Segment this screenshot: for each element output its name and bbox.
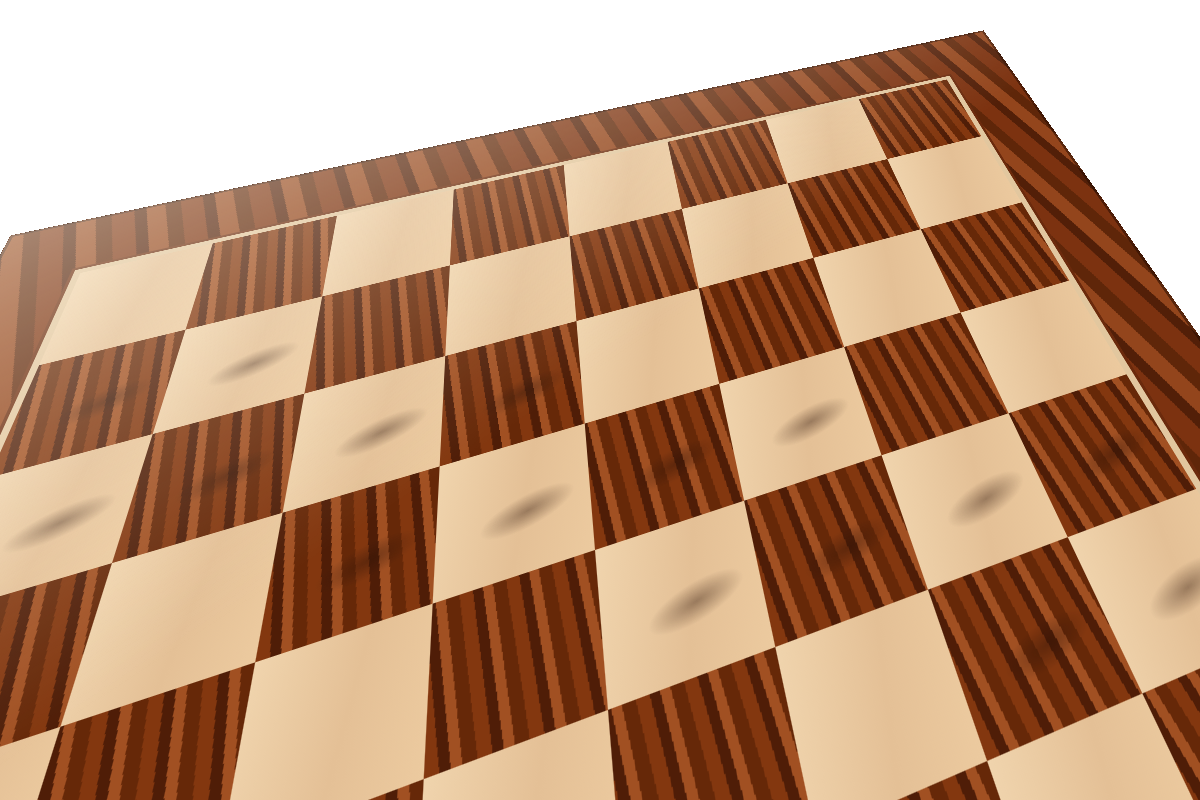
piece-pawn-g3: ♟♟♟ — [928, 537, 1142, 761]
piece-pawn-c5: ♟♟♟ — [255, 466, 439, 662]
chessboard: ♜♜♜♞♞♞♝♝♝♚♚♚♛♛♛♝♝♝♞♞♞♜♜♜♟♟♟♟♟♟♟♟♟♟♟♟♟♟♟♟… — [0, 30, 1200, 800]
pieces-layer: ♜♜♜♞♞♞♝♝♝♚♚♚♛♛♛♝♝♝♞♞♞♜♜♜♟♟♟♟♟♟♟♟♟♟♟♟♟♟♟♟… — [0, 79, 1200, 800]
piece-pawn-e4: ♟♟♟ — [595, 501, 775, 710]
product-photo-scene: ♜♜♜♞♞♞♝♝♝♚♚♚♛♛♛♝♝♝♞♞♞♜♜♜♟♟♟♟♟♟♟♟♟♟♟♟♟♟♟♟… — [0, 0, 1200, 800]
piece-pawn-a6: ♟♟♟ — [0, 434, 153, 618]
